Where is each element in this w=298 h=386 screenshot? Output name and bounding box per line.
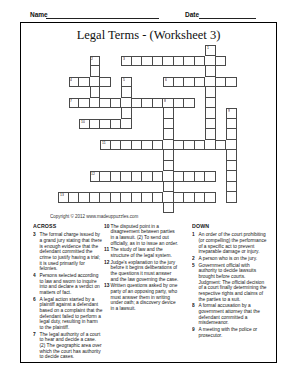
grid-cell-r12c5[interactable] — [111, 171, 122, 182]
cell-number-8: 8 — [164, 99, 166, 103]
grid-cell-r9c6[interactable] — [121, 140, 132, 151]
grid-cell-r10c16[interactable] — [226, 150, 237, 161]
grid-cell-r9c8[interactable] — [142, 140, 153, 151]
clue-text: An order of the court prohibiting (or co… — [199, 232, 269, 255]
crossword-grid: 12345678910111213 — [58, 45, 237, 213]
grid-cell-r6c6[interactable] — [121, 108, 132, 119]
grid-cell-r5c12[interactable] — [184, 98, 195, 109]
grid-cell-r14c1[interactable] — [69, 192, 80, 203]
grid-cell-r5c11[interactable] — [174, 98, 185, 109]
grid-cell-r14c0[interactable]: 13 — [58, 192, 69, 203]
grid-cell-r7c2[interactable]: 10 — [79, 119, 90, 130]
cell-number-7: 7 — [70, 99, 72, 103]
grid-cell-r3c1[interactable]: 4 — [69, 77, 80, 88]
grid-cell-r3c14[interactable] — [205, 77, 216, 88]
grid-cell-r14c4[interactable] — [100, 192, 111, 203]
grid-cell-r14c9[interactable] — [153, 192, 164, 203]
grid-cell-r14c16[interactable] — [226, 192, 237, 203]
name-blank-line[interactable] — [46, 18, 159, 19]
grid-cell-r3c13[interactable] — [195, 77, 206, 88]
clue-1: 1An order of the court prohibiting (or c… — [192, 232, 269, 255]
grid-cell-r5c2[interactable] — [79, 98, 90, 109]
clue-text: Persons selected according to law and sw… — [40, 272, 104, 295]
clue-text: The study of law and the structure of th… — [111, 247, 180, 258]
grid-cell-r14c10[interactable] — [163, 192, 174, 203]
grid-cell-r12c6[interactable] — [121, 171, 132, 182]
grid-cell-r6c16[interactable]: 9 — [226, 108, 237, 119]
grid-cell-r9c12[interactable] — [184, 140, 195, 151]
grid-cell-r1c14[interactable] — [205, 56, 216, 67]
grid-cell-r12c4[interactable] — [100, 171, 111, 182]
grid-cell-r3c10[interactable]: 6 — [163, 77, 174, 88]
grid-cell-r13c10[interactable] — [163, 182, 174, 193]
across-clues-column-2: 10The disputed point in a disagreement b… — [104, 223, 179, 312]
grid-cell-r3c2[interactable] — [79, 77, 90, 88]
grid-cell-r12c7[interactable] — [132, 171, 143, 182]
grid-cell-r9c14[interactable] — [205, 140, 216, 151]
clue-text: A person who is on the jury. — [199, 255, 269, 261]
grid-cell-r7c4[interactable] — [100, 119, 111, 130]
cell-number-9: 9 — [228, 109, 230, 113]
grid-cell-r4c3[interactable] — [90, 87, 101, 98]
grid-cell-r12c14[interactable] — [205, 171, 216, 182]
grid-cell-r13c16[interactable] — [226, 182, 237, 193]
grid-cell-r12c10[interactable] — [163, 171, 174, 182]
grid-cell-r9c7[interactable] — [132, 140, 143, 151]
grid-cell-r14c5[interactable] — [111, 192, 122, 203]
grid-cell-r5c9[interactable] — [153, 98, 164, 109]
grid-cell-r5c5[interactable] — [111, 98, 122, 109]
grid-cell-r8c16[interactable] — [226, 129, 237, 140]
worksheet-page: Name Date Legal Terms - (Worksheet 3) 12… — [0, 0, 298, 386]
cell-number-2: 2 — [91, 57, 93, 61]
copyright-text: Copyright © 2012 www.madeuppuzzles.com — [50, 214, 138, 219]
cell-number-12: 12 — [91, 172, 95, 176]
grid-cell-r1c7[interactable] — [132, 56, 143, 67]
clue-text: The disputed point in a disagreement bet… — [111, 223, 180, 246]
across-clues-list-1: 3The formal charge issued by a grand jur… — [33, 232, 103, 359]
grid-cell-r14c7[interactable] — [132, 192, 143, 203]
clue-8: 8A formal accusation by a government att… — [192, 303, 269, 326]
grid-cell-r15c10[interactable] — [163, 203, 174, 214]
clue-6: 6A legal action started by a plaintiff a… — [33, 296, 103, 330]
grid-cell-r12c12[interactable] — [184, 171, 195, 182]
down-clues-list: 1An order of the court prohibiting (or c… — [192, 232, 269, 338]
grid-cell-r3c12[interactable] — [184, 77, 195, 88]
grid-cell-r14c12[interactable] — [184, 192, 195, 203]
clue-text: A legal action started by a plaintiff ag… — [40, 296, 104, 330]
grid-cell-r14c2[interactable] — [79, 192, 90, 203]
clue-text: The formal charge issued by a grand jury… — [40, 232, 104, 272]
cell-number-5: 5 — [123, 78, 125, 82]
grid-cell-r1c15[interactable] — [216, 56, 227, 67]
grid-cell-r4c14[interactable] — [205, 87, 216, 98]
grid-cell-r10c10[interactable] — [163, 150, 174, 161]
grid-cell-r2c14[interactable] — [205, 66, 216, 77]
grid-cell-r14c11[interactable] — [174, 192, 185, 203]
grid-cell-r1c6[interactable]: 3 — [121, 56, 132, 67]
clue-text: Judge's explanation to the jury before i… — [111, 259, 180, 282]
grid-cell-r1c13[interactable] — [195, 56, 206, 67]
grid-cell-r12c13[interactable] — [195, 171, 206, 182]
grid-cell-r7c10[interactable] — [163, 119, 174, 130]
grid-cell-r14c14[interactable] — [205, 192, 216, 203]
cell-number-11: 11 — [102, 141, 106, 145]
grid-cell-r9c5[interactable] — [111, 140, 122, 151]
clue-text: A formal accusation by a government atto… — [199, 303, 269, 326]
grid-cell-r0c14[interactable]: 1 — [205, 45, 216, 56]
grid-cell-r1c3[interactable]: 2 — [90, 56, 101, 67]
grid-cell-r7c14[interactable] — [205, 119, 216, 130]
grid-cell-r2c3[interactable] — [90, 66, 101, 77]
grid-cell-r5c6[interactable] — [121, 98, 132, 109]
grid-cell-r12c3[interactable]: 12 — [90, 171, 101, 182]
grid-cell-r9c10[interactable] — [163, 140, 174, 151]
across-clues-list-2: 10The disputed point in a disagreement b… — [104, 223, 179, 311]
clue-2: 2A person who is on the jury. — [192, 255, 269, 261]
grid-cell-r12c16[interactable] — [226, 171, 237, 182]
grid-cell-r1c9[interactable] — [153, 56, 164, 67]
grid-cell-r14c3[interactable] — [90, 192, 101, 203]
down-header: DOWN — [192, 223, 269, 229]
grid-cell-r5c3[interactable] — [90, 98, 101, 109]
cell-number-6: 6 — [165, 78, 167, 82]
grid-cell-r12c9[interactable] — [153, 171, 164, 182]
grid-cell-r7c16[interactable] — [226, 119, 237, 130]
grid-cell-r5c7[interactable] — [132, 98, 143, 109]
clue-text: Written questions asked by one party of … — [111, 283, 180, 311]
clue-5: 5Government official with authority to d… — [192, 262, 269, 302]
clue-text: A meeting with the police or prosecutor. — [199, 326, 269, 337]
grid-cell-r7c6[interactable] — [121, 119, 132, 130]
clue-text: The legal authority of a court to hear a… — [40, 331, 104, 359]
clue-3: 3The formal charge issued by a grand jur… — [33, 232, 103, 272]
grid-cell-r5c8[interactable] — [142, 98, 153, 109]
across-header: ACROSS — [33, 223, 103, 229]
down-clues-column: DOWN 1An order of the court prohibiting … — [192, 223, 269, 339]
grid-cell-r8c10[interactable] — [163, 129, 174, 140]
grid-cell-r11c16[interactable] — [226, 161, 237, 172]
grid-cell-r3c3[interactable] — [90, 77, 101, 88]
date-label: Date — [185, 11, 199, 18]
clue-10: 10The disputed point in a disagreement b… — [104, 223, 179, 246]
grid-cell-r5c14[interactable] — [205, 98, 216, 109]
grid-cell-r1c11[interactable] — [174, 56, 185, 67]
grid-cell-r5c4[interactable] — [100, 98, 111, 109]
cell-number-3: 3 — [123, 57, 125, 61]
grid-cell-r9c4[interactable]: 11 — [100, 140, 111, 151]
grid-cell-r1c8[interactable] — [142, 56, 153, 67]
grid-cell-r3c11[interactable] — [174, 77, 185, 88]
grid-cell-r3c4[interactable] — [100, 77, 111, 88]
grid-cell-r9c9[interactable] — [153, 140, 164, 151]
grid-cell-r9c15[interactable] — [216, 140, 227, 151]
grid-cell-r3c6[interactable]: 5 — [121, 77, 132, 88]
grid-cell-r7c5[interactable] — [111, 119, 122, 130]
cell-number-1: 1 — [207, 46, 209, 50]
grid-cell-r3c16[interactable] — [226, 77, 237, 88]
grid-cell-r7c3[interactable] — [90, 119, 101, 130]
cell-number-13: 13 — [60, 193, 64, 197]
grid-cell-r9c13[interactable] — [195, 140, 206, 151]
grid-cell-r6c14[interactable] — [205, 108, 216, 119]
grid-cell-r14c6[interactable] — [121, 192, 132, 203]
grid-cell-r6c10[interactable] — [163, 108, 174, 119]
grid-cell-r9c11[interactable] — [174, 140, 185, 151]
cell-number-10: 10 — [81, 120, 85, 124]
grid-cell-r11c10[interactable] — [163, 161, 174, 172]
clue-9: 9A meeting with the police or prosecutor… — [192, 326, 269, 337]
grid-cell-r14c8[interactable] — [142, 192, 153, 203]
clue-13: 13Written questions asked by one party o… — [104, 283, 179, 311]
grid-cell-r8c14[interactable] — [205, 129, 216, 140]
grid-cell-r1c10[interactable] — [163, 56, 174, 67]
grid-cell-r5c1[interactable]: 7 — [69, 98, 80, 109]
grid-cell-r3c15[interactable] — [216, 77, 227, 88]
clue-11: 11The study of law and the structure of … — [104, 247, 179, 258]
grid-cell-r12c8[interactable] — [142, 171, 153, 182]
grid-cell-r9c16[interactable] — [226, 140, 237, 151]
grid-cell-r12c11[interactable] — [174, 171, 185, 182]
across-clues-column: ACROSS 3The formal charge issued by a gr… — [33, 223, 103, 360]
grid-cell-r14c13[interactable] — [195, 192, 206, 203]
page-title: Legal Terms - (Worksheet 3) — [20, 28, 277, 43]
date-blank-line[interactable] — [199, 18, 256, 19]
clue-text: Government official with authority to de… — [199, 262, 269, 302]
clue-4: 4Persons selected according to law and s… — [33, 272, 103, 295]
clue-7: 7The legal authority of a court to hear … — [33, 331, 103, 359]
grid-cell-r5c10[interactable]: 8 — [163, 98, 174, 109]
grid-cell-r1c12[interactable] — [184, 56, 195, 67]
cell-number-4: 4 — [70, 78, 72, 82]
grid-cell-r4c6[interactable] — [121, 87, 132, 98]
clue-12: 12Judge's explanation to the jury before… — [104, 259, 179, 282]
